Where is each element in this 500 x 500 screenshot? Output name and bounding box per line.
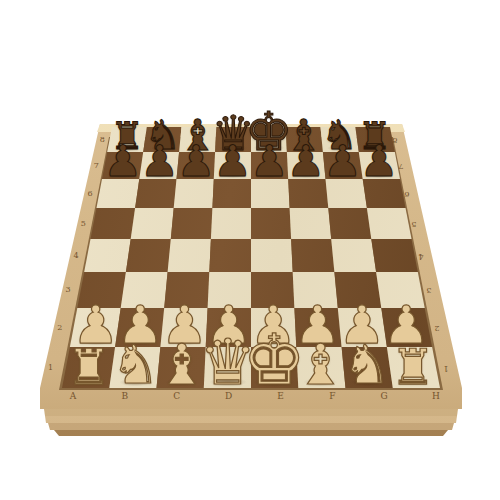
piece-black-pawn-h7[interactable]: ♟	[360, 140, 399, 183]
rank-label-left-5: 5	[81, 220, 86, 228]
piece-white-knight-g1[interactable]: ♞	[343, 339, 391, 392]
rank-label-left-2: 2	[57, 324, 62, 332]
rank-label-left-4: 4	[73, 252, 78, 260]
rank-label-right-2: 2	[435, 324, 440, 332]
rank-label-right-3: 3	[426, 286, 431, 294]
piece-black-pawn-e7[interactable]: ♟	[250, 140, 289, 183]
piece-black-pawn-c7[interactable]: ♟	[177, 140, 216, 183]
rank-label-left-3: 3	[66, 286, 71, 294]
piece-white-knight-b1[interactable]: ♞	[111, 339, 159, 392]
piece-white-rook-a1[interactable]: ♜	[67, 343, 111, 392]
rank-label-right-1: 1	[444, 364, 449, 372]
chess-board-photo: ABCDEFGH1122334455667788 ♜♞♝♛♚♝♞♜♟♟♟♟♟♟♟…	[0, 0, 500, 500]
rank-label-right-6: 6	[404, 190, 409, 198]
piece-black-pawn-d7[interactable]: ♟	[213, 140, 252, 183]
piece-black-pawn-f7[interactable]: ♟	[287, 140, 326, 183]
rank-label-left-6: 6	[87, 190, 92, 198]
rank-label-right-4: 4	[419, 252, 424, 260]
piece-white-bishop-f1[interactable]: ♝	[295, 337, 345, 393]
piece-black-pawn-g7[interactable]: ♟	[323, 140, 362, 183]
piece-black-pawn-a7[interactable]: ♟	[104, 140, 143, 183]
piece-white-rook-h1[interactable]: ♜	[391, 343, 435, 392]
rank-label-left-7: 7	[94, 162, 99, 170]
piece-black-pawn-b7[interactable]: ♟	[140, 140, 179, 183]
rank-label-right-5: 5	[411, 220, 416, 228]
rank-label-left-1: 1	[48, 364, 53, 372]
photo-stage: ABCDEFGH1122334455667788 ♜♞♝♛♚♝♞♜♟♟♟♟♟♟♟…	[0, 0, 500, 500]
rank-label-right-7: 7	[398, 162, 403, 170]
